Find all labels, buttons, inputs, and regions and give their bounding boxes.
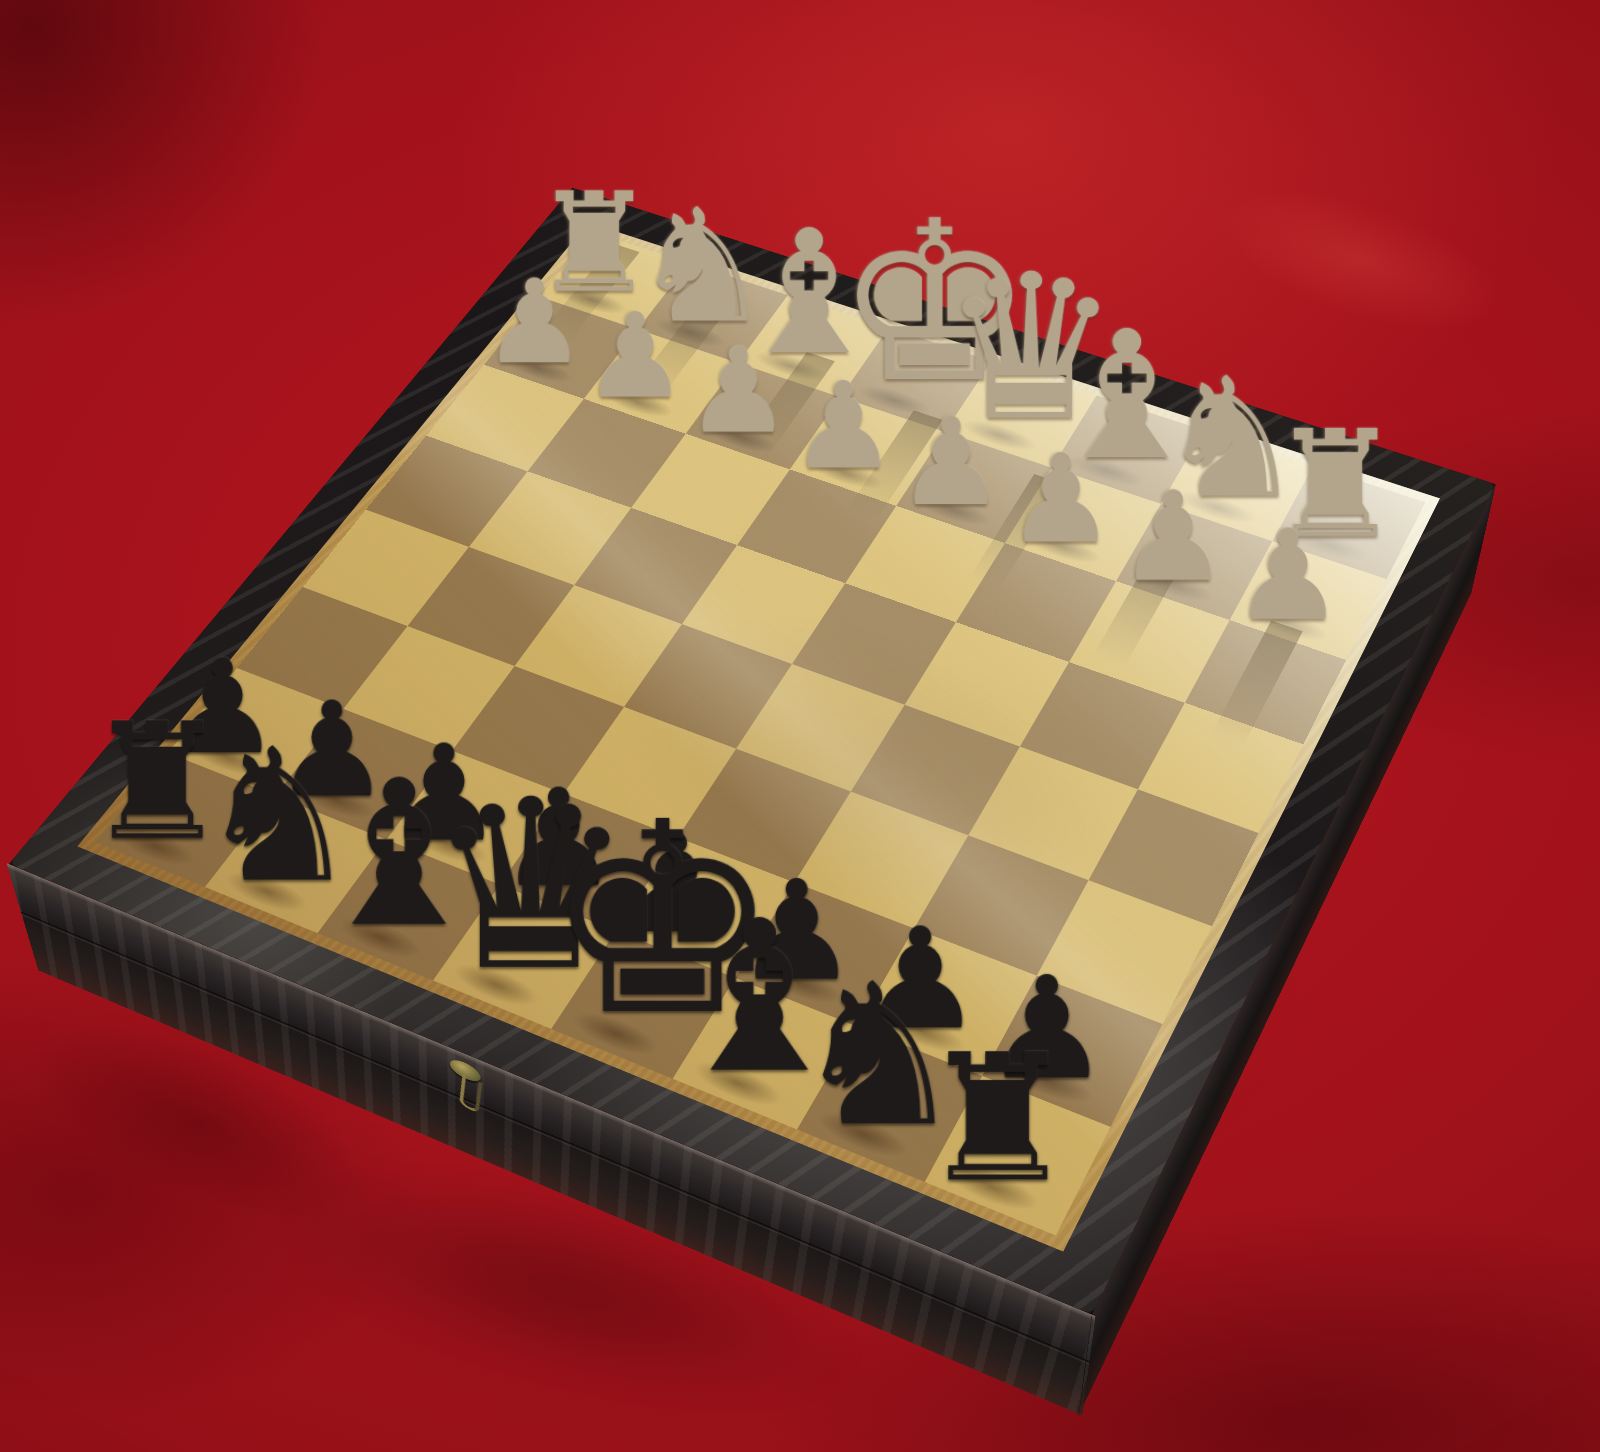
white-pawn: ♟ <box>1112 476 1234 600</box>
black-bishop: ♝ <box>309 754 443 955</box>
white-pawn: ♟ <box>1001 438 1121 560</box>
black-knight: ♞ <box>791 958 932 1154</box>
chess-box: ♜♞♝♚♛♝♞♜♟♟♟♟♟♟♟♟♟♟♟♟♟♟♟♟♜♞♝♛♚♝♞♜ <box>9 188 1496 1315</box>
black-rook: ♜ <box>919 1032 1062 1207</box>
black-queen: ♛ <box>425 769 561 1003</box>
white-pawn: ♟ <box>680 332 797 450</box>
white-pawn: ♟ <box>578 298 693 415</box>
white-pawn: ♟ <box>785 367 903 487</box>
board-surface: ♜♞♝♚♛♝♞♜♟♟♟♟♟♟♟♟♟♟♟♟♟♟♟♟♜♞♝♛♚♝♞♜ <box>9 188 1496 1315</box>
white-pawn: ♟ <box>1227 514 1350 639</box>
photo-scene: ♜♞♝♚♛♝♞♜♟♟♟♟♟♟♟♟♟♟♟♟♟♟♟♟♜♞♝♛♚♝♞♜ <box>0 0 1600 1452</box>
white-pawn: ♟ <box>477 265 591 381</box>
black-king: ♚ <box>544 788 682 1052</box>
white-pawn: ♟ <box>892 402 1011 523</box>
black-bishop: ♝ <box>666 893 805 1102</box>
